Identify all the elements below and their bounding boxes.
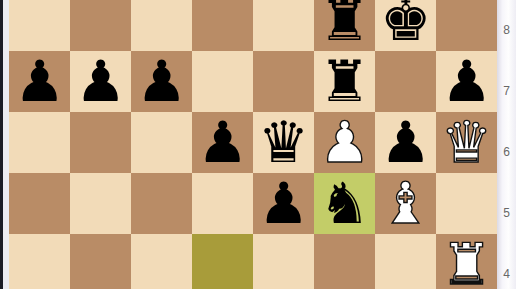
square-g6[interactable]: ♟	[375, 112, 436, 173]
square-f6[interactable]: ♟	[314, 112, 375, 173]
square-g7[interactable]	[375, 51, 436, 112]
square-f5[interactable]: ♞	[314, 173, 375, 234]
piece-f7-black-rook[interactable]: ♜	[319, 51, 370, 112]
square-e7[interactable]	[253, 51, 314, 112]
piece-h4-white-rook[interactable]: ♜	[441, 234, 492, 289]
square-a7[interactable]: ♟	[9, 51, 70, 112]
piece-g8-black-king[interactable]: ♚	[380, 0, 431, 51]
square-a4[interactable]	[9, 234, 70, 289]
square-c8[interactable]	[131, 0, 192, 51]
rank-label-6: 6	[497, 144, 516, 160]
piece-e5-black-pawn[interactable]: ♟	[258, 173, 309, 234]
rank-coordinates-strip: 87654	[497, 0, 516, 289]
piece-f6-white-pawn[interactable]: ♟	[319, 112, 370, 173]
piece-g6-black-pawn[interactable]: ♟	[380, 112, 431, 173]
square-b5[interactable]	[70, 173, 131, 234]
square-b8[interactable]	[70, 0, 131, 51]
rank-label-5: 5	[497, 205, 516, 221]
square-h6[interactable]: ♛	[436, 112, 497, 173]
piece-f5-black-knight[interactable]: ♞	[319, 173, 370, 234]
square-d5[interactable]	[192, 173, 253, 234]
square-c6[interactable]	[131, 112, 192, 173]
square-g5[interactable]: ♝	[375, 173, 436, 234]
square-b7[interactable]: ♟	[70, 51, 131, 112]
rank-label-4: 4	[497, 266, 516, 282]
square-h7[interactable]: ♟	[436, 51, 497, 112]
square-h4[interactable]: ♜	[436, 234, 497, 289]
square-c5[interactable]	[131, 173, 192, 234]
square-f8[interactable]: ♜	[314, 0, 375, 51]
square-d4[interactable]	[192, 234, 253, 289]
square-a8[interactable]	[9, 0, 70, 51]
square-c7[interactable]: ♟	[131, 51, 192, 112]
rank-label-8: 8	[497, 22, 516, 38]
piece-f8-black-rook[interactable]: ♜	[319, 0, 370, 51]
square-b6[interactable]	[70, 112, 131, 173]
piece-e6-black-queen[interactable]: ♛	[258, 112, 309, 173]
square-h5[interactable]	[436, 173, 497, 234]
piece-c7-black-pawn[interactable]: ♟	[136, 51, 187, 112]
piece-a7-black-pawn[interactable]: ♟	[14, 51, 65, 112]
chess-board: ♜♚♟♟♟♜♟♟♛♟♟♛♟♞♝♜	[9, 0, 497, 289]
square-d7[interactable]	[192, 51, 253, 112]
square-e6[interactable]: ♛	[253, 112, 314, 173]
square-e8[interactable]	[253, 0, 314, 51]
square-f7[interactable]: ♜	[314, 51, 375, 112]
square-a5[interactable]	[9, 173, 70, 234]
chess-board-view: ♜♚♟♟♟♜♟♟♛♟♟♛♟♞♝♜ 87654	[0, 0, 516, 289]
square-g8[interactable]: ♚	[375, 0, 436, 51]
square-a6[interactable]	[9, 112, 70, 173]
square-b4[interactable]	[70, 234, 131, 289]
square-e5[interactable]: ♟	[253, 173, 314, 234]
square-h8[interactable]	[436, 0, 497, 51]
piece-g5-white-bishop[interactable]: ♝	[380, 173, 431, 234]
rank-label-7: 7	[497, 83, 516, 99]
piece-h6-white-queen[interactable]: ♛	[441, 112, 492, 173]
piece-b7-black-pawn[interactable]: ♟	[75, 51, 126, 112]
piece-d6-black-pawn[interactable]: ♟	[197, 112, 248, 173]
square-d6[interactable]: ♟	[192, 112, 253, 173]
square-f4[interactable]	[314, 234, 375, 289]
square-c4[interactable]	[131, 234, 192, 289]
square-g4[interactable]	[375, 234, 436, 289]
square-e4[interactable]	[253, 234, 314, 289]
piece-h7-black-pawn[interactable]: ♟	[441, 51, 492, 112]
square-d8[interactable]	[192, 0, 253, 51]
